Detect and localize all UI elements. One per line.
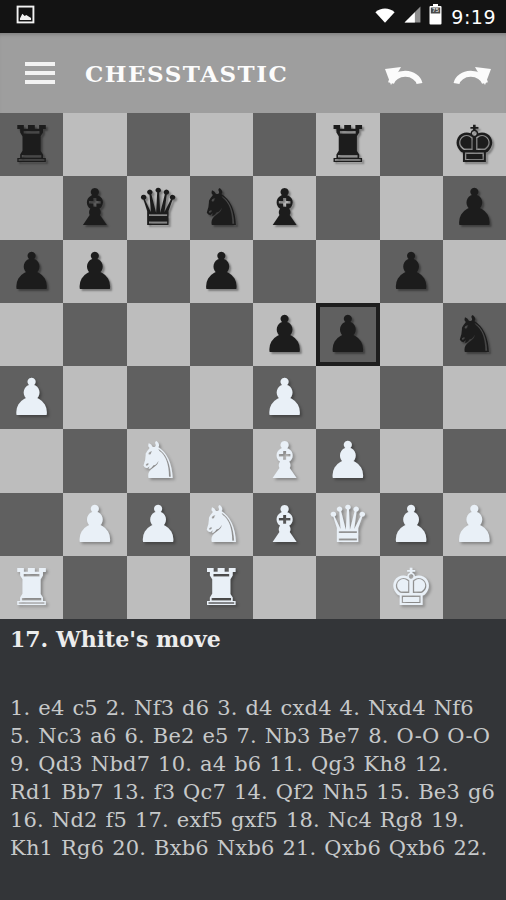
square-f1[interactable] — [316, 556, 379, 619]
black-knight: ♞ — [199, 182, 245, 233]
square-b4[interactable] — [63, 366, 126, 429]
white-pawn: ♟ — [388, 499, 434, 550]
screenshot-notification-icon — [16, 5, 35, 28]
square-d8[interactable] — [190, 113, 253, 176]
square-b8[interactable] — [63, 113, 126, 176]
square-f8[interactable]: ♜ — [316, 113, 379, 176]
square-d6[interactable]: ♟ — [190, 240, 253, 303]
white-king: ♚ — [388, 562, 434, 613]
square-f2[interactable]: ♛ — [316, 493, 379, 556]
white-pawn: ♟ — [262, 372, 308, 423]
square-c8[interactable] — [127, 113, 190, 176]
square-c7[interactable]: ♛ — [127, 176, 190, 239]
square-a4[interactable]: ♟ — [0, 366, 63, 429]
screen: 75 9:19 CHESSTASTIC — [0, 0, 506, 900]
square-h2[interactable]: ♟ — [443, 493, 506, 556]
square-f4[interactable] — [316, 366, 379, 429]
white-pawn: ♟ — [452, 499, 498, 550]
black-pawn: ♟ — [72, 246, 118, 297]
square-c2[interactable]: ♟ — [127, 493, 190, 556]
square-h8[interactable]: ♚ — [443, 113, 506, 176]
square-c5[interactable] — [127, 303, 190, 366]
chess-board: ♜♜♚♝♛♞♝♟♟♟♟♟♟♟♞♟♟♞♝♟♟♟♞♝♛♟♟♜♜♚ — [0, 113, 506, 619]
black-pawn: ♟ — [388, 246, 434, 297]
square-a5[interactable] — [0, 303, 63, 366]
white-pawn: ♟ — [9, 372, 55, 423]
square-d7[interactable]: ♞ — [190, 176, 253, 239]
square-b5[interactable] — [63, 303, 126, 366]
square-b2[interactable]: ♟ — [63, 493, 126, 556]
square-h1[interactable] — [443, 556, 506, 619]
redo-icon — [452, 59, 492, 88]
square-a7[interactable] — [0, 176, 63, 239]
square-a3[interactable] — [0, 429, 63, 492]
black-pawn: ♟ — [325, 309, 371, 360]
square-g1[interactable]: ♚ — [380, 556, 443, 619]
white-pawn: ♟ — [325, 435, 371, 486]
white-rook: ♜ — [9, 562, 55, 613]
square-b6[interactable]: ♟ — [63, 240, 126, 303]
square-f7[interactable] — [316, 176, 379, 239]
menu-button[interactable] — [25, 62, 55, 84]
square-d3[interactable] — [190, 429, 253, 492]
square-g3[interactable] — [380, 429, 443, 492]
black-pawn: ♟ — [452, 182, 498, 233]
black-rook: ♜ — [325, 119, 371, 170]
square-g8[interactable] — [380, 113, 443, 176]
clock-time: 9:19 — [451, 6, 496, 28]
square-b1[interactable] — [63, 556, 126, 619]
square-g4[interactable] — [380, 366, 443, 429]
square-c3[interactable]: ♞ — [127, 429, 190, 492]
square-e5[interactable]: ♟ — [253, 303, 316, 366]
white-bishop: ♝ — [262, 499, 308, 550]
square-f3[interactable]: ♟ — [316, 429, 379, 492]
white-pawn: ♟ — [135, 499, 181, 550]
square-h4[interactable] — [443, 366, 506, 429]
black-pawn: ♟ — [199, 246, 245, 297]
redo-button[interactable] — [452, 59, 492, 88]
square-e2[interactable]: ♝ — [253, 493, 316, 556]
square-h6[interactable] — [443, 240, 506, 303]
black-king: ♚ — [452, 119, 498, 170]
square-e3[interactable]: ♝ — [253, 429, 316, 492]
square-e1[interactable] — [253, 556, 316, 619]
white-knight: ♞ — [199, 499, 245, 550]
square-g2[interactable]: ♟ — [380, 493, 443, 556]
square-e6[interactable] — [253, 240, 316, 303]
black-bishop: ♝ — [72, 182, 118, 233]
square-d5[interactable] — [190, 303, 253, 366]
square-a8[interactable]: ♜ — [0, 113, 63, 176]
black-knight: ♞ — [452, 309, 498, 360]
square-f5[interactable]: ♟ — [316, 303, 379, 366]
square-e7[interactable]: ♝ — [253, 176, 316, 239]
square-c4[interactable] — [127, 366, 190, 429]
square-a2[interactable] — [0, 493, 63, 556]
svg-text:75: 75 — [432, 7, 440, 13]
square-g6[interactable]: ♟ — [380, 240, 443, 303]
move-list: 1. e4 c5 2. Nf3 d6 3. d4 cxd4 4. Nxd4 Nf… — [10, 694, 496, 862]
square-h7[interactable]: ♟ — [443, 176, 506, 239]
square-h5[interactable]: ♞ — [443, 303, 506, 366]
status-bar: 75 9:19 — [0, 0, 506, 33]
square-d4[interactable] — [190, 366, 253, 429]
square-d1[interactable]: ♜ — [190, 556, 253, 619]
square-e8[interactable] — [253, 113, 316, 176]
white-queen: ♛ — [325, 499, 371, 550]
white-knight: ♞ — [135, 435, 181, 486]
square-b7[interactable]: ♝ — [63, 176, 126, 239]
black-queen: ♛ — [135, 182, 181, 233]
square-a6[interactable]: ♟ — [0, 240, 63, 303]
white-bishop: ♝ — [262, 435, 308, 486]
menu-icon — [25, 62, 55, 66]
square-g7[interactable] — [380, 176, 443, 239]
square-e4[interactable]: ♟ — [253, 366, 316, 429]
battery-icon: 75 — [429, 4, 442, 29]
square-g5[interactable] — [380, 303, 443, 366]
app-title: CHESSTASTIC — [85, 60, 384, 87]
square-a1[interactable]: ♜ — [0, 556, 63, 619]
white-pawn: ♟ — [72, 499, 118, 550]
square-c1[interactable] — [127, 556, 190, 619]
wifi-icon — [374, 5, 396, 28]
undo-icon — [384, 59, 424, 88]
black-pawn: ♟ — [262, 309, 308, 360]
black-rook: ♜ — [9, 119, 55, 170]
cell-signal-icon — [403, 5, 422, 28]
square-h3[interactable] — [443, 429, 506, 492]
black-bishop: ♝ — [262, 182, 308, 233]
square-c6[interactable] — [127, 240, 190, 303]
app-bar: CHESSTASTIC — [0, 33, 506, 113]
white-rook: ♜ — [199, 562, 245, 613]
square-f6[interactable] — [316, 240, 379, 303]
move-panel: 17. White's move 1. e4 c5 2. Nf3 d6 3. d… — [0, 619, 506, 900]
square-d2[interactable]: ♞ — [190, 493, 253, 556]
undo-button[interactable] — [384, 59, 424, 88]
black-pawn: ♟ — [9, 246, 55, 297]
square-b3[interactable] — [63, 429, 126, 492]
move-header: 17. White's move — [10, 626, 496, 652]
